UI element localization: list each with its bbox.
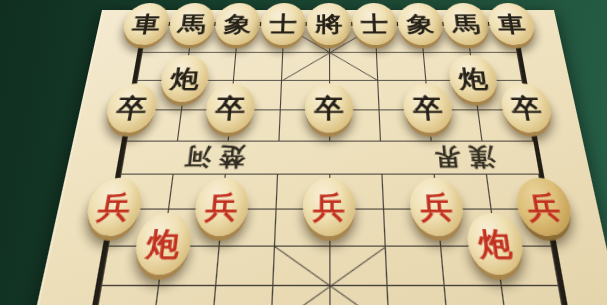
piece-character: 將 <box>315 13 343 35</box>
board-surface: 楚河 漢界 車馬象士將士象馬車炮炮卒卒卒卒卒兵兵兵兵兵炮炮 <box>0 10 607 305</box>
piece-black-cannon[interactable]: 炮 <box>158 55 211 102</box>
piece-character: 卒 <box>509 95 543 121</box>
piece-character: 兵 <box>313 191 346 221</box>
piece-character: 車 <box>496 13 527 35</box>
piece-black-advisor[interactable]: 士 <box>352 3 398 45</box>
pieces-layer: 車馬象士將士象馬車炮炮卒卒卒卒卒兵兵兵兵兵炮炮 <box>1 10 607 305</box>
piece-red-soldier[interactable]: 兵 <box>302 178 356 236</box>
piece-black-cannon[interactable]: 炮 <box>447 55 500 102</box>
piece-black-horse[interactable]: 馬 <box>167 3 217 45</box>
piece-character: 車 <box>131 13 162 35</box>
piece-red-soldier[interactable]: 兵 <box>83 178 146 236</box>
piece-red-soldier[interactable]: 兵 <box>408 178 466 236</box>
piece-black-elephant[interactable]: 象 <box>397 3 445 45</box>
piece-black-chariot[interactable]: 車 <box>120 3 172 45</box>
piece-character: 卒 <box>412 95 444 121</box>
piece-character: 兵 <box>204 191 239 221</box>
piece-character: 卒 <box>314 95 344 121</box>
piece-black-soldier[interactable]: 卒 <box>204 83 256 132</box>
piece-character: 炮 <box>457 66 489 90</box>
piece-character: 馬 <box>177 13 207 35</box>
piece-character: 卒 <box>115 95 149 121</box>
table-felt: 楚河 漢界 車馬象士將士象馬車炮炮卒卒卒卒卒兵兵兵兵兵炮炮 <box>0 0 607 305</box>
piece-black-soldier[interactable]: 卒 <box>103 83 160 132</box>
piece-black-elephant[interactable]: 象 <box>213 3 261 45</box>
piece-character: 炮 <box>476 227 513 259</box>
piece-red-cannon[interactable]: 炮 <box>132 213 194 275</box>
piece-red-cannon[interactable]: 炮 <box>465 213 527 275</box>
piece-character: 士 <box>361 13 389 35</box>
piece-character: 馬 <box>451 13 481 35</box>
piece-red-soldier[interactable]: 兵 <box>193 178 251 236</box>
piece-black-soldier[interactable]: 卒 <box>304 83 353 132</box>
piece-black-general[interactable]: 將 <box>306 3 352 45</box>
piece-red-soldier[interactable]: 兵 <box>513 178 576 236</box>
piece-character: 炮 <box>169 66 201 90</box>
piece-character: 兵 <box>525 191 563 221</box>
piece-black-advisor[interactable]: 士 <box>260 3 306 45</box>
piece-character: 士 <box>269 13 297 35</box>
piece-black-chariot[interactable]: 車 <box>486 3 538 45</box>
piece-character: 炮 <box>145 227 182 259</box>
piece-character: 象 <box>406 13 435 35</box>
piece-character: 兵 <box>96 191 133 221</box>
piece-character: 卒 <box>214 95 246 121</box>
piece-character: 象 <box>223 13 252 35</box>
piece-character: 兵 <box>419 191 454 221</box>
piece-black-soldier[interactable]: 卒 <box>402 83 455 132</box>
piece-black-horse[interactable]: 馬 <box>441 3 491 45</box>
piece-black-soldier[interactable]: 卒 <box>498 83 555 132</box>
